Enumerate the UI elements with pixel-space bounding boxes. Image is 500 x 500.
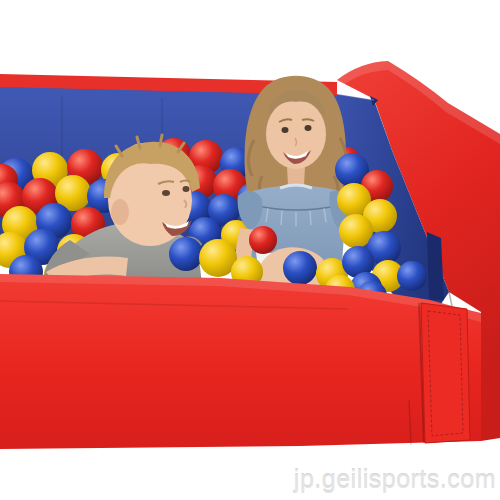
product-photo-canvas: jp.geilisports.com (0, 0, 500, 500)
front-wall-group (0, 274, 481, 449)
corner-crease (449, 292, 452, 306)
watermark-text: jp.geilisports.com (294, 465, 496, 494)
boy-ear-icon (111, 199, 129, 225)
ball-pit-illustration (0, 0, 500, 500)
corner-strap (421, 303, 470, 443)
ball-blue (283, 251, 317, 285)
ball-blue (169, 237, 203, 271)
ball-blue (397, 261, 427, 291)
ball-red (249, 226, 277, 254)
